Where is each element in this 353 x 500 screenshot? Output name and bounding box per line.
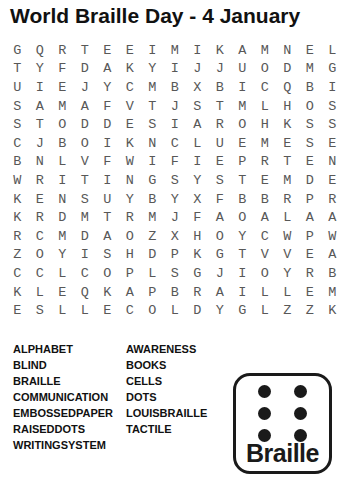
grid-cell-r15c15[interactable]: K: [321, 301, 344, 320]
word-list-right-column: AWARENESSBOOKSCELLSDOTSLOUISBRAILLETACTI…: [126, 341, 207, 437]
grid-cell-r9c10[interactable]: F: [209, 190, 232, 209]
grid-cell-r6c6[interactable]: K: [119, 134, 142, 153]
grid-cell-r14c3[interactable]: E: [51, 283, 74, 302]
word-item: RAISEDDOTS: [13, 421, 126, 437]
grid-cell-r4c2[interactable]: A: [29, 97, 52, 116]
grid-cell-r8c15[interactable]: E: [321, 171, 344, 190]
grid-cell-r10c6[interactable]: R: [119, 208, 142, 227]
grid-cell-r2c9[interactable]: J: [186, 60, 209, 79]
grid-cell-r12c14[interactable]: E: [299, 246, 322, 265]
grid-cell-r13c10[interactable]: J: [209, 264, 232, 283]
grid-cell-r1c7[interactable]: I: [141, 41, 164, 60]
grid-cell-r6c4[interactable]: O: [74, 134, 97, 153]
word-item: BLIND: [13, 357, 126, 373]
grid-cell-r13c11[interactable]: I: [231, 264, 254, 283]
grid-cell-r13c15[interactable]: B: [321, 264, 344, 283]
grid-cell-r2c2[interactable]: Y: [29, 60, 52, 79]
grid-cell-r9c13[interactable]: R: [276, 190, 299, 209]
grid-cell-r5c2[interactable]: T: [29, 115, 52, 134]
grid-cell-r9c15[interactable]: R: [321, 190, 344, 209]
grid-cell-r10c4[interactable]: M: [74, 208, 97, 227]
grid-cell-r2c6[interactable]: K: [119, 60, 142, 79]
grid-cell-r4c9[interactable]: S: [186, 97, 209, 116]
grid-cell-r8c8[interactable]: S: [164, 171, 187, 190]
grid-cell-r9c6[interactable]: Y: [119, 190, 142, 209]
word-item: LOUISBRAILLE: [126, 405, 207, 421]
grid-cell-r8c13[interactable]: M: [276, 171, 299, 190]
grid-cell-r6c5[interactable]: I: [96, 134, 119, 153]
grid-cell-r5c4[interactable]: D: [74, 115, 97, 134]
grid-cell-r7c1[interactable]: B: [6, 153, 29, 172]
grid-cell-r12c9[interactable]: K: [186, 246, 209, 265]
word-item: DOTS: [126, 389, 207, 405]
grid-cell-r11c9[interactable]: H: [186, 227, 209, 246]
grid-cell-r12c7[interactable]: D: [141, 246, 164, 265]
grid-cell-r3c6[interactable]: C: [119, 78, 142, 97]
grid-cell-r13c6[interactable]: P: [119, 264, 142, 283]
grid-cell-r9c14[interactable]: P: [299, 190, 322, 209]
puzzle-title: World Braille Day - 4 January: [10, 4, 300, 28]
grid-cell-r12c4[interactable]: I: [74, 246, 97, 265]
grid-cell-r2c4[interactable]: D: [74, 60, 97, 79]
grid-cell-r12c10[interactable]: G: [209, 246, 232, 265]
grid-cell-r5c7[interactable]: S: [141, 115, 164, 134]
grid-cell-r7c11[interactable]: P: [231, 153, 254, 172]
grid-cell-r13c12[interactable]: O: [254, 264, 277, 283]
grid-cell-r9c1[interactable]: K: [6, 190, 29, 209]
grid-cell-r7c3[interactable]: L: [51, 153, 74, 172]
grid-cell-r15c10[interactable]: Y: [209, 301, 232, 320]
grid-cell-r15c11[interactable]: G: [231, 301, 254, 320]
grid-cell-r1c3[interactable]: R: [51, 41, 74, 60]
grid-cell-r11c11[interactable]: Y: [231, 227, 254, 246]
grid-cell-r2c7[interactable]: Y: [141, 60, 164, 79]
grid-cell-r1c9[interactable]: I: [186, 41, 209, 60]
grid-cell-r1c14[interactable]: E: [299, 41, 322, 60]
grid-cell-r14c4[interactable]: Q: [74, 283, 97, 302]
braille-dot: [258, 385, 271, 398]
grid-cell-r8c3[interactable]: I: [51, 171, 74, 190]
grid-cell-r6c2[interactable]: J: [29, 134, 52, 153]
grid-cell-r12c11[interactable]: T: [231, 246, 254, 265]
grid-cell-r10c11[interactable]: O: [231, 208, 254, 227]
grid-cell-r2c5[interactable]: A: [96, 60, 119, 79]
grid-cell-r12c13[interactable]: V: [276, 246, 299, 265]
grid-cell-r5c3[interactable]: O: [51, 115, 74, 134]
grid-cell-r1c10[interactable]: K: [209, 41, 232, 60]
grid-cell-r5c12[interactable]: H: [254, 115, 277, 134]
grid-cell-r5c9[interactable]: A: [186, 115, 209, 134]
word-list-left-column: ALPHABETBLINDBRAILLECOMMUNICATIONEMBOSSE…: [13, 341, 126, 453]
grid-cell-r1c5[interactable]: E: [96, 41, 119, 60]
grid-cell-r6c8[interactable]: C: [164, 134, 187, 153]
grid-cell-r1c11[interactable]: A: [231, 41, 254, 60]
grid-cell-r15c3[interactable]: L: [51, 301, 74, 320]
word-item: AWARENESS: [126, 341, 207, 357]
grid-cell-r2c3[interactable]: F: [51, 60, 74, 79]
grid-cell-r7c12[interactable]: R: [254, 153, 277, 172]
grid-cell-r3c2[interactable]: I: [29, 78, 52, 97]
grid-cell-r6c13[interactable]: E: [276, 134, 299, 153]
grid-cell-r6c9[interactable]: L: [186, 134, 209, 153]
grid-cell-r3c9[interactable]: X: [186, 78, 209, 97]
grid-cell-r8c10[interactable]: S: [209, 171, 232, 190]
grid-cell-r7c10[interactable]: E: [209, 153, 232, 172]
grid-cell-r1c2[interactable]: Q: [29, 41, 52, 60]
braille-logo: Braille: [233, 373, 332, 474]
grid-cell-r13c13[interactable]: Y: [276, 264, 299, 283]
grid-cell-r2c14[interactable]: M: [299, 60, 322, 79]
grid-cell-r10c10[interactable]: A: [209, 208, 232, 227]
word-item: ALPHABET: [13, 341, 126, 357]
grid-cell-r7c13[interactable]: T: [276, 153, 299, 172]
word-item: CELLS: [126, 373, 207, 389]
worksheet-page: World Braille Day - 4 January GQRTEEIMIK…: [0, 0, 353, 500]
grid-cell-r15c13[interactable]: Z: [276, 301, 299, 320]
grid-cell-r14c9[interactable]: R: [186, 283, 209, 302]
grid-cell-r7c6[interactable]: W: [119, 153, 142, 172]
grid-cell-r10c15[interactable]: A: [321, 208, 344, 227]
grid-cell-r4c5[interactable]: F: [96, 97, 119, 116]
grid-cell-r12c12[interactable]: V: [254, 246, 277, 265]
grid-cell-r3c14[interactable]: B: [299, 78, 322, 97]
grid-cell-r4c14[interactable]: O: [299, 97, 322, 116]
grid-cell-r2c11[interactable]: U: [231, 60, 254, 79]
grid-cell-r4c6[interactable]: V: [119, 97, 142, 116]
grid-cell-r5c10[interactable]: R: [209, 115, 232, 134]
grid-cell-r5c14[interactable]: S: [299, 115, 322, 134]
grid-cell-r1c12[interactable]: M: [254, 41, 277, 60]
grid-cell-r13c1[interactable]: C: [6, 264, 29, 283]
grid-cell-r11c5[interactable]: A: [96, 227, 119, 246]
grid-cell-r12c1[interactable]: Z: [6, 246, 29, 265]
grid-cell-r10c2[interactable]: R: [29, 208, 52, 227]
grid-cell-r7c5[interactable]: F: [96, 153, 119, 172]
grid-cell-r6c12[interactable]: M: [254, 134, 277, 153]
grid-cell-r14c8[interactable]: B: [164, 283, 187, 302]
word-item: BRAILLE: [13, 373, 126, 389]
grid-cell-r4c11[interactable]: M: [231, 97, 254, 116]
grid-cell-r10c14[interactable]: A: [299, 208, 322, 227]
grid-cell-r9c8[interactable]: Y: [164, 190, 187, 209]
grid-cell-r12c2[interactable]: O: [29, 246, 52, 265]
grid-cell-r11c15[interactable]: W: [321, 227, 344, 246]
grid-cell-r15c9[interactable]: D: [186, 301, 209, 320]
braille-dot: [294, 385, 307, 398]
grid-cell-r15c2[interactable]: S: [29, 301, 52, 320]
grid-cell-r1c1[interactable]: G: [6, 41, 29, 60]
grid-cell-r9c12[interactable]: B: [254, 190, 277, 209]
grid-cell-r12c3[interactable]: Y: [51, 246, 74, 265]
grid-cell-r10c8[interactable]: J: [164, 208, 187, 227]
grid-cell-r14c12[interactable]: L: [254, 283, 277, 302]
grid-cell-r4c7[interactable]: T: [141, 97, 164, 116]
braille-logo-label: Braille: [236, 439, 329, 468]
grid-cell-r12c6[interactable]: H: [119, 246, 142, 265]
grid-cell-r13c2[interactable]: C: [29, 264, 52, 283]
grid-cell-r5c6[interactable]: E: [119, 115, 142, 134]
grid-cell-r14c11[interactable]: I: [231, 283, 254, 302]
grid-cell-r2c15[interactable]: G: [321, 60, 344, 79]
grid-cell-r12c8[interactable]: P: [164, 246, 187, 265]
grid-cell-r11c6[interactable]: O: [119, 227, 142, 246]
grid-cell-r11c13[interactable]: W: [276, 227, 299, 246]
grid-cell-r5c1[interactable]: S: [6, 115, 29, 134]
grid-cell-r11c10[interactable]: O: [209, 227, 232, 246]
grid-cell-r8c7[interactable]: G: [141, 171, 164, 190]
grid-cell-r8c6[interactable]: N: [119, 171, 142, 190]
grid-cell-r2c10[interactable]: J: [209, 60, 232, 79]
grid-cell-r8c11[interactable]: T: [231, 171, 254, 190]
grid-cell-r15c12[interactable]: L: [254, 301, 277, 320]
grid-cell-r15c5[interactable]: E: [96, 301, 119, 320]
grid-cell-r3c11[interactable]: I: [231, 78, 254, 97]
braille-dot: [294, 407, 307, 420]
grid-cell-r5c15[interactable]: S: [321, 115, 344, 134]
grid-cell-r12c5[interactable]: S: [96, 246, 119, 265]
grid-cell-r14c1[interactable]: K: [6, 283, 29, 302]
grid-cell-r4c10[interactable]: T: [209, 97, 232, 116]
grid-cell-r3c1[interactable]: U: [6, 78, 29, 97]
grid-cell-r6c10[interactable]: U: [209, 134, 232, 153]
grid-cell-r4c3[interactable]: M: [51, 97, 74, 116]
word-item: EMBOSSEDPAPER: [13, 405, 126, 421]
grid-cell-r14c14[interactable]: E: [299, 283, 322, 302]
grid-cell-r3c15[interactable]: I: [321, 78, 344, 97]
grid-cell-r9c7[interactable]: B: [141, 190, 164, 209]
grid-cell-r1c13[interactable]: N: [276, 41, 299, 60]
grid-cell-r11c3[interactable]: M: [51, 227, 74, 246]
grid-cell-r8c5[interactable]: I: [96, 171, 119, 190]
grid-cell-r6c7[interactable]: N: [141, 134, 164, 153]
grid-cell-r11c8[interactable]: X: [164, 227, 187, 246]
grid-cell-r6c14[interactable]: S: [299, 134, 322, 153]
grid-cell-r7c15[interactable]: N: [321, 153, 344, 172]
word-list: ALPHABETBLINDBRAILLECOMMUNICATIONEMBOSSE…: [13, 341, 207, 453]
grid-cell-r3c5[interactable]: Y: [96, 78, 119, 97]
grid-cell-r13c3[interactable]: L: [51, 264, 74, 283]
grid-cell-r7c4[interactable]: V: [74, 153, 97, 172]
grid-cell-r11c2[interactable]: C: [29, 227, 52, 246]
grid-cell-r10c12[interactable]: A: [254, 208, 277, 227]
grid-cell-r9c11[interactable]: B: [231, 190, 254, 209]
word-item: COMMUNICATION: [13, 389, 126, 405]
grid-cell-r4c15[interactable]: S: [321, 97, 344, 116]
grid-cell-r7c8[interactable]: F: [164, 153, 187, 172]
grid-cell-r11c14[interactable]: P: [299, 227, 322, 246]
grid-cell-r14c10[interactable]: A: [209, 283, 232, 302]
grid-cell-r1c15[interactable]: L: [321, 41, 344, 60]
grid-cell-r9c9[interactable]: X: [186, 190, 209, 209]
grid-cell-r14c13[interactable]: L: [276, 283, 299, 302]
grid-cell-r11c1[interactable]: R: [6, 227, 29, 246]
grid-cell-r7c2[interactable]: N: [29, 153, 52, 172]
grid-cell-r15c8[interactable]: L: [164, 301, 187, 320]
grid-cell-r15c4[interactable]: L: [74, 301, 97, 320]
grid-cell-r8c9[interactable]: Y: [186, 171, 209, 190]
grid-cell-r15c1[interactable]: E: [6, 301, 29, 320]
grid-cell-r8c2[interactable]: R: [29, 171, 52, 190]
grid-cell-r13c4[interactable]: C: [74, 264, 97, 283]
grid-cell-r3c13[interactable]: Q: [276, 78, 299, 97]
grid-cell-r15c6[interactable]: C: [119, 301, 142, 320]
grid-cell-r10c9[interactable]: F: [186, 208, 209, 227]
grid-cell-r7c7[interactable]: I: [141, 153, 164, 172]
grid-cell-r8c4[interactable]: T: [74, 171, 97, 190]
grid-cell-r4c13[interactable]: H: [276, 97, 299, 116]
grid-cell-r13c5[interactable]: O: [96, 264, 119, 283]
grid-cell-r15c7[interactable]: O: [141, 301, 164, 320]
word-item: TACTILE: [126, 421, 207, 437]
braille-cell-dots: [258, 385, 307, 442]
grid-cell-r10c5[interactable]: T: [96, 208, 119, 227]
grid-cell-r9c2[interactable]: E: [29, 190, 52, 209]
word-search-grid: GQRTEEIMIKAMNELTYFDAKYIJJUODMGUIEJYCMBXB…: [6, 41, 344, 320]
grid-cell-r3c12[interactable]: C: [254, 78, 277, 97]
grid-cell-r3c7[interactable]: M: [141, 78, 164, 97]
grid-cell-r14c6[interactable]: A: [119, 283, 142, 302]
grid-cell-r6c3[interactable]: B: [51, 134, 74, 153]
grid-cell-r14c5[interactable]: K: [96, 283, 119, 302]
grid-cell-r13c9[interactable]: G: [186, 264, 209, 283]
grid-cell-r3c3[interactable]: E: [51, 78, 74, 97]
grid-cell-r10c7[interactable]: M: [141, 208, 164, 227]
grid-cell-r3c8[interactable]: B: [164, 78, 187, 97]
grid-cell-r12c15[interactable]: A: [321, 246, 344, 265]
grid-cell-r1c4[interactable]: T: [74, 41, 97, 60]
grid-cell-r8c12[interactable]: E: [254, 171, 277, 190]
grid-cell-r2c12[interactable]: O: [254, 60, 277, 79]
grid-cell-r11c4[interactable]: D: [74, 227, 97, 246]
grid-cell-r4c12[interactable]: L: [254, 97, 277, 116]
grid-cell-r13c8[interactable]: S: [164, 264, 187, 283]
grid-cell-r11c12[interactable]: C: [254, 227, 277, 246]
grid-cell-r15c14[interactable]: Z: [299, 301, 322, 320]
grid-cell-r2c8[interactable]: I: [164, 60, 187, 79]
grid-cell-r9c5[interactable]: U: [96, 190, 119, 209]
grid-cell-r5c8[interactable]: I: [164, 115, 187, 134]
grid-cell-r4c8[interactable]: J: [164, 97, 187, 116]
grid-cell-r9c4[interactable]: S: [74, 190, 97, 209]
grid-cell-r7c9[interactable]: I: [186, 153, 209, 172]
grid-cell-r6c15[interactable]: E: [321, 134, 344, 153]
grid-cell-r3c4[interactable]: J: [74, 78, 97, 97]
grid-cell-r8c1[interactable]: W: [6, 171, 29, 190]
grid-cell-r14c2[interactable]: L: [29, 283, 52, 302]
grid-cell-r10c13[interactable]: L: [276, 208, 299, 227]
grid-cell-r11c7[interactable]: Z: [141, 227, 164, 246]
grid-cell-r7c14[interactable]: E: [299, 153, 322, 172]
grid-cell-r5c11[interactable]: O: [231, 115, 254, 134]
word-item: WRITINGSYSTEM: [13, 437, 126, 453]
grid-cell-r5c5[interactable]: D: [96, 115, 119, 134]
grid-cell-r5c13[interactable]: K: [276, 115, 299, 134]
grid-cell-r1c6[interactable]: E: [119, 41, 142, 60]
grid-cell-r9c3[interactable]: N: [51, 190, 74, 209]
grid-cell-r2c1[interactable]: T: [6, 60, 29, 79]
grid-cell-r2c13[interactable]: D: [276, 60, 299, 79]
grid-cell-r10c3[interactable]: D: [51, 208, 74, 227]
grid-cell-r4c4[interactable]: A: [74, 97, 97, 116]
grid-cell-r4c1[interactable]: S: [6, 97, 29, 116]
grid-cell-r1c8[interactable]: M: [164, 41, 187, 60]
grid-cell-r13c7[interactable]: L: [141, 264, 164, 283]
grid-cell-r8c14[interactable]: D: [299, 171, 322, 190]
word-item: BOOKS: [126, 357, 207, 373]
grid-cell-r14c7[interactable]: P: [141, 283, 164, 302]
grid-cell-r6c1[interactable]: C: [6, 134, 29, 153]
braille-dot: [258, 407, 271, 420]
grid-cell-r14c15[interactable]: M: [321, 283, 344, 302]
grid-cell-r3c10[interactable]: B: [209, 78, 232, 97]
grid-cell-r13c14[interactable]: R: [299, 264, 322, 283]
grid-cell-r6c11[interactable]: E: [231, 134, 254, 153]
grid-cell-r10c1[interactable]: K: [6, 208, 29, 227]
